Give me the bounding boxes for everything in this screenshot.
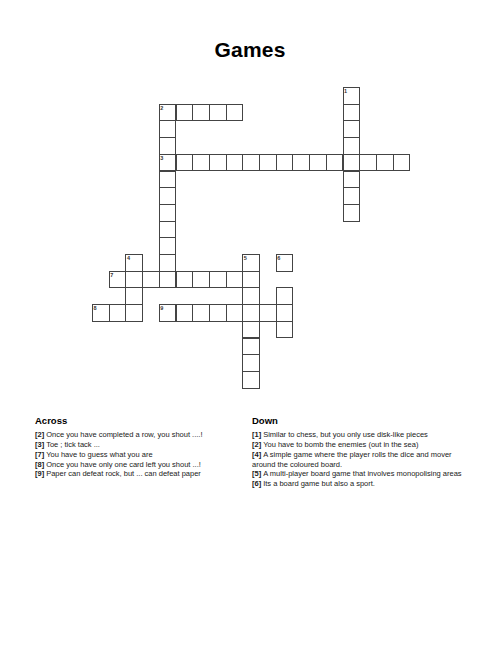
crossword-cell[interactable] (343, 187, 361, 205)
clue-number: 2 (160, 105, 163, 111)
crossword-cell[interactable] (242, 321, 260, 339)
across-clue-3-number: [3] (35, 440, 44, 449)
across-clues-section: Across [2]Once you have completed a row,… (35, 416, 245, 479)
crossword-cell[interactable] (159, 187, 177, 205)
crossword-cell[interactable] (176, 154, 194, 172)
down-clue-2: [2]You have to bomb the enemies (out in … (252, 440, 464, 450)
crossword-cell[interactable] (326, 154, 344, 172)
crossword-cell[interactable] (159, 221, 177, 239)
crossword-cell[interactable] (276, 154, 294, 172)
across-clue-3-text: Toe ; tick tack ... (46, 440, 100, 449)
crossword-cell[interactable] (292, 154, 310, 172)
clue-number: 7 (110, 272, 113, 278)
crossword-cell[interactable] (242, 304, 260, 322)
crossword-cell[interactable] (276, 321, 294, 339)
across-clue-7: [7]You have to guess what you are (35, 450, 245, 460)
crossword-cell[interactable] (159, 137, 177, 155)
down-clue-6-text: Its a board game but also a sport. (263, 479, 375, 488)
crossword-cell[interactable] (125, 287, 143, 305)
across-clue-2: [2]Once you have completed a row, you sh… (35, 430, 245, 440)
across-clue-9: [9]Paper can defeat rock, but ... can de… (35, 469, 245, 479)
clue-number: 4 (127, 255, 130, 261)
clue-number: 3 (160, 155, 163, 161)
down-clue-6: [6]Its a board game but also a sport. (252, 479, 464, 489)
down-clue-4-number: [4] (252, 450, 261, 459)
crossword-cell[interactable] (125, 271, 143, 289)
across-clue-7-text: You have to guess what you are (46, 450, 152, 459)
crossword-cell[interactable] (159, 237, 177, 255)
crossword-cell[interactable] (242, 354, 260, 372)
crossword-cell[interactable] (259, 304, 277, 322)
crossword-cell[interactable] (242, 271, 260, 289)
down-clue-2-number: [2] (252, 440, 261, 449)
crossword-cell[interactable] (176, 104, 194, 122)
crossword-cell[interactable] (242, 154, 260, 172)
crossword-cell[interactable] (209, 154, 227, 172)
across-clue-7-number: [7] (35, 450, 44, 459)
crossword-cell[interactable] (142, 271, 160, 289)
crossword-cell[interactable] (176, 304, 194, 322)
down-clue-6-number: [6] (252, 479, 261, 488)
crossword-cell[interactable] (192, 104, 210, 122)
across-header: Across (35, 416, 245, 426)
across-clue-9-number: [9] (35, 469, 44, 478)
crossword-cell[interactable] (176, 271, 194, 289)
across-clue-8-number: [8] (35, 460, 44, 469)
down-clue-2-text: You have to bomb the enemies (out in the… (263, 440, 418, 449)
down-clue-5-text: A multi-player board game that involves … (263, 469, 461, 478)
down-clue-1-number: [1] (252, 430, 261, 439)
across-clue-9-text: Paper can defeat rock, but ... can defea… (46, 469, 201, 478)
down-clue-5-number: [5] (252, 469, 261, 478)
crossword-cell[interactable] (159, 204, 177, 222)
down-clues-section: Down [1]Similar to chess, but you only u… (252, 416, 464, 489)
crossword-cell[interactable] (343, 204, 361, 222)
crossword-cell[interactable] (209, 271, 227, 289)
across-clue-2-number: [2] (35, 430, 44, 439)
crossword-cell[interactable] (393, 154, 411, 172)
crossword-cell[interactable] (343, 154, 361, 172)
clue-number: 8 (94, 305, 97, 311)
page-title: Games (0, 38, 500, 62)
crossword-cell[interactable] (159, 171, 177, 189)
crossword-cell[interactable] (276, 287, 294, 305)
crossword-cell[interactable] (209, 104, 227, 122)
crossword-cell[interactable] (343, 104, 361, 122)
crossword-cell[interactable] (242, 371, 260, 389)
crossword-cell[interactable] (376, 154, 394, 172)
across-clue-8: [8]Once you have only one card left you … (35, 460, 245, 470)
crossword-cell[interactable] (276, 304, 294, 322)
crossword-cell[interactable] (226, 271, 244, 289)
across-clue-8-text: Once you have only one card left you sho… (46, 460, 201, 469)
crossword-cell[interactable] (159, 271, 177, 289)
crossword-cell[interactable] (192, 304, 210, 322)
crossword-cell[interactable] (226, 154, 244, 172)
crossword-cell[interactable] (242, 287, 260, 305)
crossword-cell[interactable] (259, 154, 277, 172)
clue-number: 6 (277, 255, 280, 261)
clue-number: 5 (244, 255, 247, 261)
crossword-cell[interactable] (192, 271, 210, 289)
clue-number: 1 (344, 88, 347, 94)
crossword-cell[interactable] (226, 104, 244, 122)
down-clue-1-text: Similar to chess, but you only use disk-… (263, 430, 428, 439)
across-clue-3: [3]Toe ; tick tack ... (35, 440, 245, 450)
crossword-cell[interactable] (125, 304, 143, 322)
crossword-cell[interactable] (242, 338, 260, 356)
crossword-cell[interactable] (209, 304, 227, 322)
crossword-cell[interactable] (343, 171, 361, 189)
crossword-cell[interactable] (309, 154, 327, 172)
crossword-cell[interactable] (159, 254, 177, 272)
across-clue-2-text: Once you have completed a row, you shout… (46, 430, 202, 439)
crossword-cell[interactable] (343, 120, 361, 138)
down-clue-5: [5]A multi-player board game that involv… (252, 469, 464, 479)
crossword-cell[interactable] (343, 137, 361, 155)
crossword-cell[interactable] (159, 120, 177, 138)
down-header: Down (252, 416, 464, 426)
down-clue-1: [1]Similar to chess, but you only use di… (252, 430, 464, 440)
crossword-cell[interactable] (192, 154, 210, 172)
crossword-cell[interactable] (109, 304, 127, 322)
down-clue-4: [4]A simple game where the player rolls … (252, 450, 464, 470)
crossword-cell[interactable] (226, 304, 244, 322)
down-clue-4-text: A simple game where the player rolls the… (252, 450, 452, 469)
clue-number: 9 (160, 305, 163, 311)
crossword-cell[interactable] (359, 154, 377, 172)
